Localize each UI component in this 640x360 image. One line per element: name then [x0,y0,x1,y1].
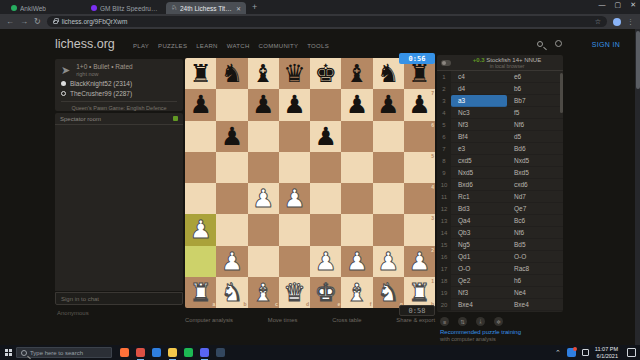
square-d2[interactable] [279,246,310,277]
square-g1[interactable]: ♞g [373,277,404,308]
gear-icon[interactable] [555,40,562,47]
square-a6[interactable] [185,121,216,152]
engine-toggle[interactable] [441,60,451,66]
square-d6[interactable] [279,121,310,152]
square-d8[interactable]: ♛ [279,58,310,89]
square-e3[interactable] [310,214,341,245]
rank-coord: 2 [431,247,434,253]
taskbar-app-edge[interactable] [152,348,161,357]
move-white[interactable]: Rc1 [451,191,507,203]
move-white[interactable]: Nxd5 [451,167,507,179]
square-h7[interactable]: ♟7 [404,89,435,120]
square-b6[interactable]: ♟ [216,121,247,152]
piece-white-bishop[interactable]: ♝ [252,277,274,308]
square-h2[interactable]: ♟2 [404,246,435,277]
network-icon[interactable] [582,349,589,356]
move-black[interactable]: e6 [507,71,563,83]
piece-black-king[interactable]: ♚ [314,58,336,89]
tray-expand-icon[interactable]: ⌃ [555,349,561,357]
square-f1[interactable]: ♝f [341,277,372,308]
square-c6[interactable] [248,121,279,152]
square-c7[interactable]: ♟ [248,89,279,120]
move-white[interactable]: a3 [451,95,507,107]
menu-icon[interactable]: ≡ [440,317,449,326]
reload-button[interactable]: ↻ [34,17,41,26]
taskbar-search-input[interactable]: Type here to search [16,347,112,358]
file-coord: f [370,301,372,307]
nav-item-watch[interactable]: WATCH [227,43,250,49]
tab-favicon [11,5,17,11]
move-white[interactable]: Bf4 [451,131,507,143]
flip-board-icon[interactable]: ⇅ [458,317,467,326]
move-white[interactable]: Ng5 [451,239,507,251]
piece-black-pawn[interactable]: ♟ [408,89,430,120]
move-black[interactable]: O-O [507,251,563,263]
address-bar: ← → ↻ lichess.org/9FbQrXwm ☆ ⋮ [0,14,640,29]
piece-white-bishop[interactable]: ♝ [346,277,368,308]
move-white[interactable]: Nf3 [451,119,507,131]
start-button[interactable] [0,349,16,356]
windows-taskbar: Type here to search ⌃ 11:07 PM 6/1/2021 [0,345,640,360]
move-number: 15 [437,239,451,251]
move-white[interactable]: c4 [451,71,507,83]
move-black[interactable]: Nd7 [507,191,563,203]
move-black[interactable]: f5 [507,107,563,119]
square-f7[interactable]: ♟ [341,89,372,120]
square-e7[interactable] [310,89,341,120]
square-d3[interactable] [279,214,310,245]
underboard-link[interactable]: Move times [268,317,298,323]
square-c8[interactable]: ♝ [248,58,279,89]
piece-white-king[interactable]: ♚ [314,277,336,308]
move-black[interactable]: cxd6 [507,179,563,191]
piece-white-pawn[interactable]: ♟ [283,183,305,214]
file-coord: c [275,301,278,307]
move-black[interactable]: b6 [507,83,563,95]
move-number: 16 [437,251,451,263]
taskbar-date: 6/1/2021 [595,353,618,360]
move-black[interactable]: Bb7 [507,95,563,107]
move-black[interactable]: Bc6 [507,215,563,227]
opening-name: Queen's Pawn Game: English Defence [61,101,177,111]
square-h1[interactable]: ♜1h [404,277,435,308]
move-number: 17 [437,263,451,275]
move-white[interactable]: Nf3 [451,287,507,299]
file-coord: a [212,301,215,307]
move-number: 7 [437,143,451,155]
gear-icon[interactable]: ✲ [494,317,503,326]
piece-white-pawn[interactable]: ♟ [346,246,368,277]
piece-black-pawn[interactable]: ♟ [283,89,305,120]
rank-coord: 6 [431,122,434,128]
square-d4[interactable]: ♟ [279,183,310,214]
chat-room-title: Spectator room [60,116,101,122]
search-icon[interactable] [537,41,543,47]
square-b4[interactable] [216,183,247,214]
browser-tab[interactable]: GM Blitz Speedrun - Twitch [86,2,166,14]
spectator-list: Anonymous [57,310,89,316]
move-number: 6 [437,131,451,143]
lichess-page: lichess.org PLAYPUZZLESLEARNWATCHCOMMUNI… [0,29,640,345]
piece-white-pawn[interactable]: ♟ [377,246,399,277]
move-list: 1c4e62d4b63a3Bb74Nc3f55Nf3Nf66Bf4d57e3Bd… [437,71,563,311]
main-nav: PLAYPUZZLESLEARNWATCHCOMMUNITYTOOLS [133,43,329,49]
move-list-scrollbar[interactable] [560,73,563,113]
square-b2[interactable]: ♟ [216,246,247,277]
square-b1[interactable]: ♞b [216,277,247,308]
piece-black-knight[interactable]: ♞ [377,58,399,89]
move-white[interactable]: Nc3 [451,107,507,119]
square-e5[interactable] [310,152,341,183]
underboard-link[interactable]: Share & export [396,317,435,323]
new-tab-button[interactable]: + [252,2,257,12]
piece-black-bishop[interactable]: ♝ [252,58,274,89]
move-number: 4 [437,107,451,119]
piece-black-pawn[interactable]: ♟ [377,89,399,120]
piece-white-knight[interactable]: ♞ [377,277,399,308]
square-c1[interactable]: ♝c [248,277,279,308]
square-f3[interactable] [341,214,372,245]
square-h6[interactable]: 6 [404,121,435,152]
move-number: 13 [437,215,451,227]
move-white[interactable]: cxd5 [451,155,507,167]
nav-item-tools[interactable]: TOOLS [307,43,329,49]
move-black[interactable]: Bd6 [507,143,563,155]
back-button[interactable]: ← [6,17,14,26]
analysis-tools: ≡⇅⤓✲ [440,317,503,326]
move-white[interactable]: Bxe4 [451,299,507,311]
taskbar-app-chrome[interactable] [136,348,145,357]
piece-white-pawn[interactable]: ♟ [252,183,274,214]
move-number: 10 [437,179,451,191]
scrollbar-thumb[interactable] [636,31,640,89]
site-logo[interactable]: lichess.org [55,37,115,51]
square-e1[interactable]: ♚e [310,277,341,308]
piece-white-rook[interactable]: ♜ [408,277,430,308]
taskbar-search-placeholder: Type here to search [30,350,83,356]
piece-white-rook[interactable]: ♜ [189,277,211,308]
move-number: 20 [437,299,451,311]
window-controls: — ▢ ✕ [599,1,637,9]
square-a7[interactable]: ♟ [185,89,216,120]
underboard-link[interactable]: Computer analysis [185,317,233,323]
browser-menu-icon[interactable]: ⋮ [627,18,634,26]
square-h4[interactable]: 4 [404,183,435,214]
rank-coord: 5 [431,153,434,159]
move-number: 3 [437,95,451,107]
download-icon[interactable]: ⤓ [476,317,485,326]
notification-app-icon[interactable] [567,348,576,357]
analysis-panel: +0.3 Stockfish 14+ NNUE in local browser… [437,55,563,312]
move-black[interactable]: h6 [507,275,563,287]
move-white[interactable]: O-O [451,263,507,275]
nav-item-community[interactable]: COMMUNITY [259,43,299,49]
rank-coord: 1 [431,278,434,284]
square-b3[interactable] [216,214,247,245]
move-black[interactable]: Bxe4 [507,299,563,311]
square-a2[interactable] [185,246,216,277]
browser-tab[interactable]: ♘24th Lichess Titled Arena • lichess.org… [166,2,246,14]
move-black[interactable]: Nxd5 [507,155,563,167]
move-number: 8 [437,155,451,167]
move-black[interactable]: Rac8 [507,263,563,275]
move-number: 9 [437,167,451,179]
piece-black-pawn[interactable]: ♟ [314,121,336,152]
move-black[interactable]: Bxd5 [507,167,563,179]
file-coord: b [243,301,246,307]
square-f4[interactable] [341,183,372,214]
profile-avatar[interactable] [613,18,621,26]
piece-white-knight[interactable]: ♞ [221,277,243,308]
piece-black-pawn[interactable]: ♟ [346,89,368,120]
engine-subtitle: in local browser [455,63,559,69]
url-input[interactable]: lichess.org/9FbQrXwm ☆ [47,16,607,27]
black-player-name: TheCrusher99 (2287) [70,90,132,97]
underboard-link[interactable]: Cross table [332,317,361,323]
maximize-button[interactable]: ▢ [615,1,622,9]
white-clock: 0:58 [399,305,435,316]
move-number: 5 [437,119,451,131]
piece-white-queen[interactable]: ♛ [283,277,305,308]
move-white[interactable]: d4 [451,83,507,95]
move-black[interactable]: Bd5 [507,239,563,251]
piece-black-pawn[interactable]: ♟ [189,89,211,120]
piece-black-rook[interactable]: ♜ [189,58,211,89]
rank-coord: 3 [431,215,434,221]
engine-eval: +0.3 [473,57,485,63]
move-black[interactable]: Nf6 [507,119,563,131]
bullet-time-control-icon: ➤ [61,65,70,75]
minimize-button[interactable]: — [599,1,606,9]
taskbar-app-spotify[interactable] [184,348,193,357]
game-meta-box: ➤ 1+0 • Bullet • Rated right now BlackKn… [55,59,183,111]
move-white[interactable]: Qa4 [451,215,507,227]
time-control-label: 1+0 • Bullet • Rated [76,63,132,70]
tab-close-icon[interactable]: ✕ [236,5,241,12]
taskbar-apps [120,348,225,357]
move-black[interactable]: Qe7 [507,203,563,215]
padlock-icon [53,20,58,24]
square-g5[interactable] [373,152,404,183]
square-e8[interactable]: ♚ [310,58,341,89]
square-d7[interactable]: ♟ [279,89,310,120]
square-a8[interactable]: ♜ [185,58,216,89]
bookmark-star-icon[interactable]: ☆ [595,18,601,26]
black-player-link[interactable]: TheCrusher99 (2287) [61,90,177,97]
move-white[interactable]: Qd1 [451,251,507,263]
piece-black-pawn[interactable]: ♟ [252,89,274,120]
square-a3[interactable]: ♟ [185,214,216,245]
puzzle-training-link[interactable]: Recommended puzzle training [440,329,560,335]
square-b7[interactable] [216,89,247,120]
action-center-icon[interactable] [627,348,636,357]
nav-item-play[interactable]: PLAY [133,43,149,49]
puzzle-training-sub: with computer analysis [440,336,560,342]
nav-item-learn[interactable]: LEARN [196,43,218,49]
white-color-icon [61,81,66,86]
square-d1[interactable]: ♛d [279,277,310,308]
square-f2[interactable]: ♟ [341,246,372,277]
forward-button[interactable]: → [20,17,28,26]
move-number: 2 [437,83,451,95]
square-c3[interactable] [248,214,279,245]
windows-logo-icon [5,349,12,356]
piece-white-pawn[interactable]: ♟ [314,246,336,277]
square-a1[interactable]: ♜a [185,277,216,308]
taskbar-clock[interactable]: 11:07 PM 6/1/2021 [595,346,618,359]
move-white[interactable]: e3 [451,143,507,155]
taskbar-time: 11:07 PM [595,346,618,353]
move-number: 11 [437,191,451,203]
taskbar-search-icon [21,350,27,356]
move-black[interactable]: d5 [507,131,563,143]
file-coord: d [306,301,309,307]
chat-box: Spectator room [55,113,183,291]
page-scrollbar[interactable] [635,29,640,345]
white-player-link[interactable]: BlackKnight52 (2314) [61,80,177,87]
square-h5[interactable]: 5 [404,152,435,183]
square-f8[interactable]: ♝ [341,58,372,89]
tab-strip: AnkiWebGM Blitz Speedrun - Twitch♘24th L… [0,0,640,14]
piece-black-bishop[interactable]: ♝ [346,58,368,89]
white-player-name: BlackKnight52 (2314) [70,80,132,87]
rank-coord: 4 [431,184,434,190]
square-h3[interactable]: 3 [404,214,435,245]
square-g3[interactable] [373,214,404,245]
tab-favicon [91,5,97,11]
move-black[interactable]: Ne4 [507,287,563,299]
move-white[interactable]: Qb3 [451,227,507,239]
move-white[interactable]: Bxd6 [451,179,507,191]
taskbar-app-file-explorer[interactable] [168,348,177,357]
url-text: lichess.org/9FbQrXwm [62,18,128,25]
taskbar-app-firefox[interactable] [120,348,129,357]
square-f6[interactable] [341,121,372,152]
square-g6[interactable] [373,121,404,152]
system-tray: ⌃ 11:07 PM 6/1/2021 [555,346,636,359]
square-a5[interactable] [185,152,216,183]
game-start-time: right now [76,71,132,77]
square-f5[interactable] [341,152,372,183]
square-b5[interactable] [216,152,247,183]
close-button[interactable]: ✕ [630,1,636,9]
underboard-links: Computer analysisMove timesCross tableSh… [185,317,435,323]
move-number: 14 [437,227,451,239]
tab-favicon: ♘ [171,5,177,11]
taskbar-app-discord[interactable] [200,348,209,357]
piece-white-pawn[interactable]: ♟ [189,214,211,245]
piece-white-pawn[interactable]: ♟ [221,246,243,277]
chat-input[interactable]: Sign in to chat [55,292,183,305]
nav-item-puzzles[interactable]: PUZZLES [158,43,187,49]
move-black[interactable]: Nf6 [507,227,563,239]
move-number: 18 [437,275,451,287]
browser-tabs: AnkiWebGM Blitz Speedrun - Twitch♘24th L… [6,0,246,14]
square-a4[interactable] [185,183,216,214]
sign-in-link[interactable]: SIGN IN [592,41,620,48]
tab-title: 24th Lichess Titled Arena • lichess.org [180,5,233,12]
move-white[interactable]: Qe2 [451,275,507,287]
piece-black-queen[interactable]: ♛ [283,58,305,89]
square-b8[interactable]: ♞ [216,58,247,89]
square-c4[interactable]: ♟ [248,183,279,214]
taskbar-app-steam[interactable] [216,348,225,357]
square-g4[interactable] [373,183,404,214]
square-c5[interactable] [248,152,279,183]
square-c2[interactable] [248,246,279,277]
move-number: 19 [437,287,451,299]
move-white[interactable]: Bd3 [451,203,507,215]
browser-tab[interactable]: AnkiWeb [6,2,86,14]
move-number: 1 [437,71,451,83]
file-coord: e [337,301,340,307]
square-e6[interactable]: ♟ [310,121,341,152]
square-g2[interactable]: ♟ [373,246,404,277]
black-clock: 0:56 [399,53,435,64]
black-color-icon [61,91,66,96]
square-e2[interactable]: ♟ [310,246,341,277]
square-d5[interactable] [279,152,310,183]
move-number: 12 [437,203,451,215]
chess-board: ♜♞♝♛♚♝♞♜8♟♟♟♟♟♟7♟♟65♟♟4♟3♟♟♟♟♟2♜a♞b♝c♛d♚… [185,58,435,308]
piece-black-knight[interactable]: ♞ [221,58,243,89]
piece-white-pawn[interactable]: ♟ [408,246,430,277]
square-g7[interactable]: ♟ [373,89,404,120]
tab-title: AnkiWeb [20,5,81,12]
tab-title: GM Blitz Speedrun - Twitch [100,5,161,12]
rank-coord: 7 [431,90,434,96]
square-e4[interactable] [310,183,341,214]
piece-black-pawn[interactable]: ♟ [221,121,243,152]
chat-toggle[interactable] [173,116,178,121]
